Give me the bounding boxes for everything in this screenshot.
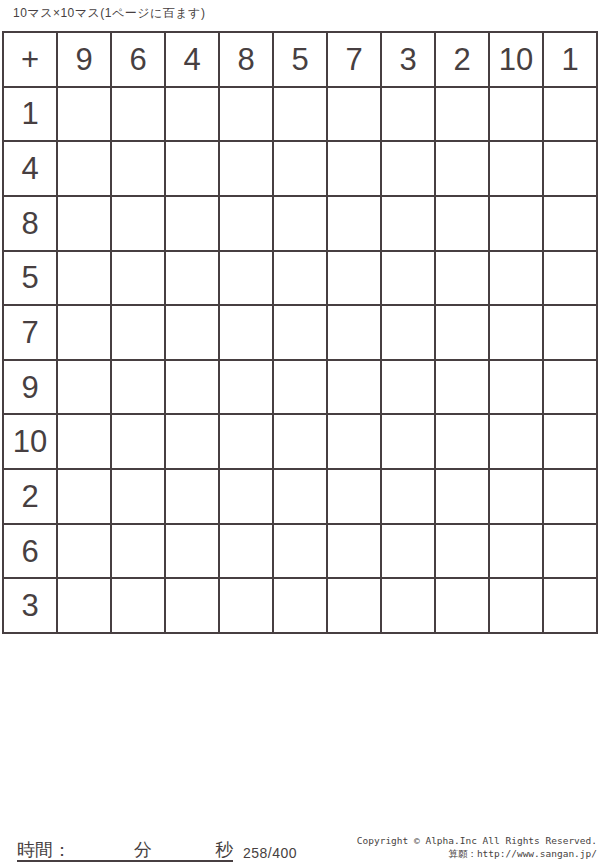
answer-cell: [112, 252, 164, 305]
row-header-cell: 9: [4, 361, 56, 414]
answer-cell: [436, 415, 488, 468]
answer-cell: [382, 252, 434, 305]
answer-cell: [112, 579, 164, 632]
answer-cell: [220, 579, 272, 632]
answer-cell: [328, 197, 380, 250]
answer-cell: [274, 525, 326, 578]
answer-cell: [544, 470, 596, 523]
copyright-line: Copyright © Alpha.Inc All Rights Reserve…: [357, 835, 597, 848]
answer-cell: [544, 306, 596, 359]
answer-cell: [544, 142, 596, 195]
answer-cell: [436, 579, 488, 632]
answer-cell: [544, 525, 596, 578]
answer-cell: [490, 306, 542, 359]
answer-cell: [382, 142, 434, 195]
answer-cell: [490, 197, 542, 250]
worksheet-title: 10マス×10マス(1ページに百ます): [13, 5, 205, 22]
answer-cell: [220, 88, 272, 141]
answer-cell: [58, 142, 110, 195]
page-indicator: 258/400: [243, 845, 297, 861]
row-header-cell: 5: [4, 252, 56, 305]
answer-cell: [490, 525, 542, 578]
answer-cell: [58, 470, 110, 523]
answer-cell: [274, 306, 326, 359]
answer-cell: [490, 252, 542, 305]
answer-cell: [544, 252, 596, 305]
answer-cell: [112, 525, 164, 578]
answer-cell: [58, 306, 110, 359]
answer-cell: [328, 88, 380, 141]
answer-cell: [544, 415, 596, 468]
col-header-cell: 3: [382, 33, 434, 86]
time-entry-line: 時間： 分 秒: [17, 839, 233, 862]
answer-cell: [220, 415, 272, 468]
answer-cell: [436, 197, 488, 250]
answer-cell: [58, 579, 110, 632]
answer-cell: [544, 88, 596, 141]
answer-cell: [490, 415, 542, 468]
answer-cell: [274, 252, 326, 305]
answer-cell: [274, 361, 326, 414]
row-header-cell: 6: [4, 525, 56, 578]
answer-cell: [274, 470, 326, 523]
operator-cell: +: [4, 33, 56, 86]
col-header-cell: 1: [544, 33, 596, 86]
answer-cell: [58, 88, 110, 141]
answer-cell: [220, 197, 272, 250]
answer-cell: [328, 306, 380, 359]
answer-cell: [490, 88, 542, 141]
row-header-cell: 10: [4, 415, 56, 468]
answer-cell: [166, 470, 218, 523]
site-url-line: 算願：http://www.sangan.jp/: [357, 848, 597, 861]
answer-cell: [58, 197, 110, 250]
answer-cell: [436, 361, 488, 414]
answer-cell: [382, 415, 434, 468]
answer-cell: [490, 579, 542, 632]
row-header-cell: 7: [4, 306, 56, 359]
answer-cell: [328, 470, 380, 523]
answer-cell: [58, 361, 110, 414]
answer-cell: [58, 525, 110, 578]
addition-grid: +9648573210114857910263: [2, 31, 598, 634]
answer-cell: [274, 579, 326, 632]
answer-cell: [328, 252, 380, 305]
answer-cell: [58, 252, 110, 305]
answer-cell: [436, 88, 488, 141]
answer-cell: [490, 470, 542, 523]
answer-cell: [328, 142, 380, 195]
answer-cell: [112, 415, 164, 468]
answer-cell: [382, 579, 434, 632]
answer-cell: [166, 415, 218, 468]
answer-cell: [220, 306, 272, 359]
copyright-block: Copyright © Alpha.Inc All Rights Reserve…: [357, 835, 597, 860]
answer-cell: [220, 470, 272, 523]
answer-cell: [220, 252, 272, 305]
answer-cell: [112, 142, 164, 195]
answer-cell: [166, 361, 218, 414]
row-header-cell: 1: [4, 88, 56, 141]
answer-cell: [274, 415, 326, 468]
answer-cell: [274, 88, 326, 141]
row-header-cell: 2: [4, 470, 56, 523]
answer-cell: [436, 470, 488, 523]
col-header-cell: 5: [274, 33, 326, 86]
answer-cell: [382, 197, 434, 250]
time-label: 時間：: [17, 841, 71, 860]
col-header-cell: 10: [490, 33, 542, 86]
answer-cell: [436, 306, 488, 359]
row-header-cell: 3: [4, 579, 56, 632]
answer-cell: [544, 579, 596, 632]
seconds-label: 秒: [215, 841, 233, 860]
answer-cell: [220, 525, 272, 578]
answer-cell: [112, 88, 164, 141]
answer-cell: [328, 579, 380, 632]
answer-cell: [112, 361, 164, 414]
col-header-cell: 7: [328, 33, 380, 86]
answer-cell: [220, 361, 272, 414]
answer-cell: [436, 252, 488, 305]
col-header-cell: 8: [220, 33, 272, 86]
answer-cell: [436, 142, 488, 195]
answer-cell: [166, 579, 218, 632]
col-header-cell: 2: [436, 33, 488, 86]
answer-cell: [112, 306, 164, 359]
answer-cell: [382, 88, 434, 141]
row-header-cell: 4: [4, 142, 56, 195]
answer-cell: [544, 197, 596, 250]
answer-cell: [382, 470, 434, 523]
answer-cell: [112, 197, 164, 250]
answer-cell: [328, 361, 380, 414]
answer-cell: [166, 88, 218, 141]
answer-cell: [490, 361, 542, 414]
answer-cell: [382, 361, 434, 414]
answer-cell: [274, 197, 326, 250]
answer-cell: [166, 252, 218, 305]
col-header-cell: 6: [112, 33, 164, 86]
row-header-cell: 8: [4, 197, 56, 250]
answer-cell: [112, 470, 164, 523]
answer-cell: [436, 525, 488, 578]
answer-cell: [166, 525, 218, 578]
minutes-label: 分: [134, 841, 152, 860]
answer-cell: [544, 361, 596, 414]
answer-cell: [382, 525, 434, 578]
answer-cell: [328, 525, 380, 578]
answer-cell: [166, 142, 218, 195]
col-header-cell: 9: [58, 33, 110, 86]
answer-cell: [490, 142, 542, 195]
answer-cell: [166, 197, 218, 250]
answer-cell: [274, 142, 326, 195]
answer-cell: [58, 415, 110, 468]
answer-cell: [220, 142, 272, 195]
answer-cell: [166, 306, 218, 359]
answer-cell: [382, 306, 434, 359]
col-header-cell: 4: [166, 33, 218, 86]
answer-cell: [328, 415, 380, 468]
